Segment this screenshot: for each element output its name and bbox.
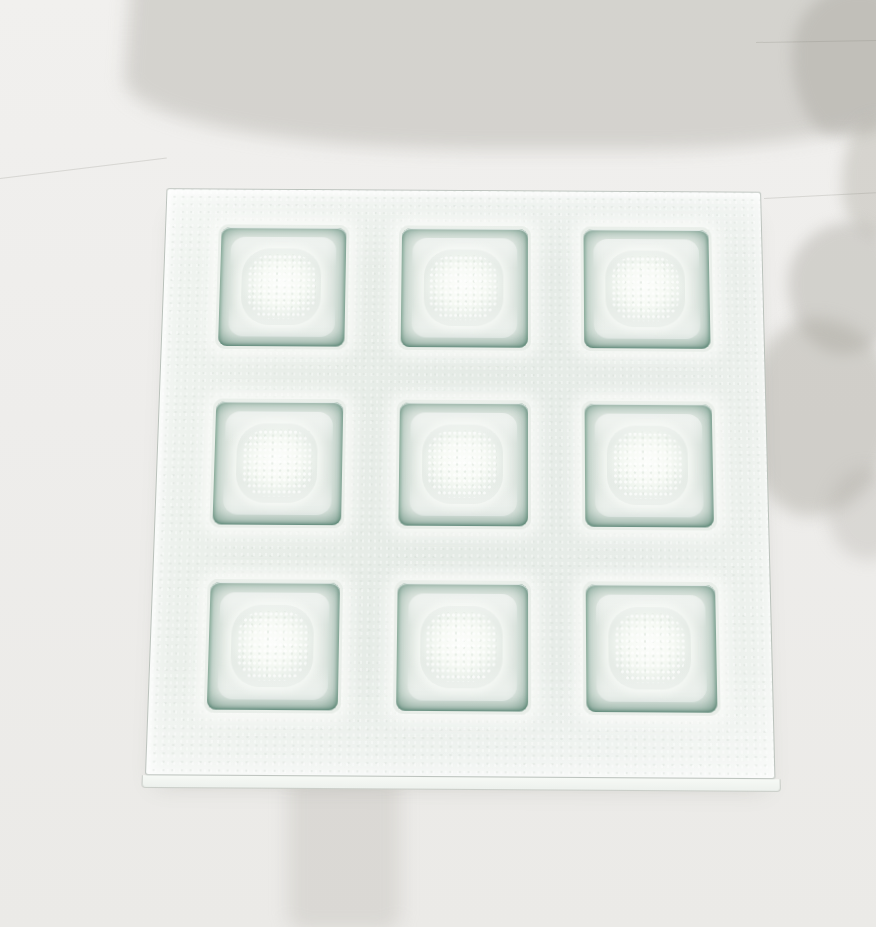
- frosted-well-bottom: [230, 605, 314, 687]
- board-grid: [204, 224, 721, 716]
- cloth-seam: [764, 192, 876, 199]
- frosted-well-bottom: [607, 426, 689, 505]
- frosted-well-bottom: [423, 250, 503, 326]
- well-pit: [207, 582, 341, 710]
- leaf-shadow: [792, 0, 876, 136]
- cell-r3c1[interactable]: [204, 579, 344, 714]
- frosted-well-bottom: [608, 607, 691, 689]
- well-pit: [584, 404, 714, 528]
- cast-shadow-top: [119, 0, 876, 150]
- well-pit: [585, 584, 717, 712]
- frosted-well-bottom: [421, 425, 502, 504]
- leaf-shadow: [828, 468, 876, 560]
- leaf-shadow: [788, 222, 876, 354]
- frosted-well-bottom: [605, 251, 685, 327]
- frosted-well-bottom: [241, 248, 322, 324]
- leaf-shadow: [842, 118, 876, 238]
- cell-r1c2[interactable]: [398, 225, 531, 350]
- cloth-seam: [756, 40, 876, 43]
- cell-r1c3[interactable]: [580, 226, 713, 351]
- well-pit: [399, 403, 528, 527]
- cell-r2c2[interactable]: [396, 400, 531, 530]
- cell-r3c2[interactable]: [393, 580, 531, 715]
- cast-shadow-band: [288, 772, 400, 927]
- cell-r2c1[interactable]: [209, 398, 346, 528]
- cell-r1c1[interactable]: [215, 224, 350, 349]
- scene: Empty clear glass tic-tac-toe board seen…: [0, 0, 876, 927]
- well-pit: [401, 228, 528, 347]
- cell-r3c3[interactable]: [582, 581, 720, 716]
- scene-caption: Empty clear glass tic-tac-toe board seen…: [0, 0, 1, 1]
- well-pit: [583, 229, 710, 349]
- frosted-well-bottom: [236, 423, 319, 502]
- well-pit: [212, 401, 343, 525]
- well-pit: [218, 227, 347, 346]
- game-board: [145, 188, 776, 779]
- well-pit: [396, 583, 527, 711]
- cell-r2c3[interactable]: [581, 401, 717, 531]
- cloth-seam: [0, 158, 167, 179]
- frosted-well-bottom: [420, 606, 503, 688]
- tray-bottom-rim: [141, 775, 781, 792]
